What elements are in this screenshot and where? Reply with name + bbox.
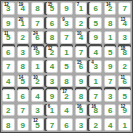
- cell-r6c1[interactable]: 4: [2, 75, 15, 88]
- cell-r7c8[interactable]: 3: [104, 89, 117, 102]
- cell-r6c4[interactable]: 3: [46, 75, 59, 88]
- cage-sum-label-r8c4: 6: [48, 105, 50, 110]
- cell-digit-r3c2: 2: [21, 34, 25, 42]
- cell-digit-r1c3: 8: [35, 5, 39, 13]
- cell-digit-r4c5: 1: [64, 49, 68, 57]
- cell-r8c9[interactable]: 129: [118, 104, 131, 117]
- cage-sum-label-r4c3: 16: [33, 47, 37, 52]
- cage-sum-label-r1c4: 15: [48, 3, 52, 8]
- cell-digit-r8c8: 6: [108, 107, 112, 115]
- cell-digit-r5c7: 3: [93, 63, 97, 71]
- cell-digit-r9c9: 1: [122, 122, 126, 130]
- cell-digit-r5c8: 9: [108, 63, 112, 71]
- cell-r2c2[interactable]: 201: [17, 17, 30, 30]
- cell-r6c6[interactable]: 9: [75, 75, 88, 88]
- cage-sum-label-r3c3: 24: [33, 32, 37, 37]
- cell-r2c1[interactable]: 9: [2, 17, 15, 30]
- cell-digit-r4c2: 3: [21, 49, 25, 57]
- cell-digit-r7c8: 3: [108, 93, 112, 101]
- cell-digit-r7c3: 4: [35, 93, 39, 101]
- cage-sum-label-r3c6: 10: [77, 32, 81, 37]
- cell-digit-r5c9: 2: [122, 63, 126, 71]
- cell-r3c7[interactable]: 9: [89, 31, 102, 44]
- cell-digit-r5c3: 1: [35, 63, 39, 71]
- cell-r1c7[interactable]: 6: [89, 2, 102, 15]
- cell-r6c7[interactable]: 1: [89, 75, 102, 88]
- cell-r1c2[interactable]: 194: [17, 2, 30, 15]
- cage-sum-label-r8c9: 12: [120, 105, 124, 110]
- cell-r9c9[interactable]: 1: [118, 118, 131, 131]
- cell-r2c3[interactable]: 7: [31, 17, 44, 30]
- cell-digit-r6c8: 7: [108, 78, 112, 86]
- cell-digit-r6c7: 1: [93, 78, 97, 86]
- cell-r4c1[interactable]: 6: [2, 46, 15, 59]
- cell-digit-r9c2: 9: [21, 122, 25, 130]
- cell-r7c5[interactable]: 172: [60, 89, 73, 102]
- cell-r3c6[interactable]: 104: [75, 31, 88, 44]
- cell-r9c5[interactable]: 6: [60, 118, 73, 131]
- cell-digit-r4c8: 5: [108, 49, 112, 57]
- cage-sum-label-r6c9: 11: [120, 76, 124, 81]
- cage-sum-label-r6c2: 14: [19, 76, 23, 81]
- cell-digit-r7c9: 5: [122, 93, 126, 101]
- cage-sum-label-r7c5: 17: [62, 90, 66, 95]
- cell-digit-r2c3: 7: [35, 20, 39, 28]
- cell-r6c2[interactable]: 145: [17, 75, 30, 88]
- cell-r1c6[interactable]: 71: [75, 2, 88, 15]
- cage-sum-label-r8c6: 16: [77, 105, 81, 110]
- cell-digit-r3c8: 1: [108, 34, 112, 42]
- cell-r4c9[interactable]: 188: [118, 46, 131, 59]
- cage-sum-label-r2c5: 9: [62, 18, 64, 23]
- cell-digit-r9c5: 6: [64, 122, 68, 130]
- cell-r8c6[interactable]: 165: [75, 104, 88, 117]
- killer-sudoku-board: 1231948155971614279201769325813411522468…: [0, 0, 133, 133]
- cell-r3c4[interactable]: 8: [46, 31, 59, 44]
- cell-digit-r2c4: 6: [50, 20, 54, 28]
- cell-r3c9[interactable]: 3: [118, 31, 131, 44]
- cell-r1c5[interactable]: 9: [60, 2, 73, 15]
- cell-digit-r7c2: 6: [21, 93, 25, 101]
- cell-r8c4[interactable]: 61: [46, 104, 59, 117]
- cage-sum-label-r2c9: 13: [120, 18, 124, 23]
- cell-r2c8[interactable]: 8: [104, 17, 117, 30]
- cage-sum-label-r1c2: 19: [19, 3, 23, 8]
- cell-r5c6[interactable]: 156: [75, 60, 88, 73]
- cell-r7c9[interactable]: 5: [118, 89, 131, 102]
- cell-digit-r9c6: 3: [79, 122, 83, 130]
- cell-digit-r4c6: 7: [79, 49, 83, 57]
- cell-r9c1[interactable]: 8: [2, 118, 15, 131]
- cell-digit-r2c7: 5: [93, 20, 97, 28]
- cage-sum-label-r1c8: 14: [106, 3, 110, 8]
- cell-digit-r9c7: 2: [93, 122, 97, 130]
- cell-r8c8[interactable]: 6: [104, 104, 117, 117]
- cell-r3c5[interactable]: 7: [60, 31, 73, 44]
- cell-r5c4[interactable]: 4: [46, 60, 59, 73]
- cell-digit-r7c6: 8: [79, 93, 83, 101]
- cell-r3c1[interactable]: 115: [2, 31, 15, 44]
- cell-r7c7[interactable]: 7: [89, 89, 102, 102]
- cell-digit-r7c7: 7: [93, 93, 97, 101]
- cage-sum-label-r2c2: 20: [19, 18, 23, 23]
- cell-r5c2[interactable]: 8: [17, 60, 30, 73]
- cage-sum-label-r4c4: 12: [48, 47, 52, 52]
- cell-r1c1[interactable]: 123: [2, 2, 15, 15]
- cell-digit-r2c8: 8: [108, 20, 112, 28]
- cell-r8c3[interactable]: 3: [31, 104, 44, 117]
- cell-digit-r2c1: 9: [6, 20, 10, 28]
- cell-r4c3[interactable]: 169: [31, 46, 44, 59]
- cell-digit-r7c1: 1: [6, 93, 10, 101]
- cell-r3c3[interactable]: 246: [31, 31, 44, 44]
- cell-r6c9[interactable]: 116: [118, 75, 131, 88]
- cage-sum-label-r5c6: 15: [77, 61, 81, 66]
- cell-r9c7[interactable]: 2: [89, 118, 102, 131]
- cell-r8c2[interactable]: 7: [17, 104, 30, 117]
- cell-r9c6[interactable]: 3: [75, 118, 88, 131]
- cell-r9c3[interactable]: 125: [31, 118, 44, 131]
- cage-sum-label-r8c7: 16: [91, 105, 95, 110]
- cell-r3c8[interactable]: 1: [104, 31, 117, 44]
- cell-r4c8[interactable]: 5: [104, 46, 117, 59]
- cage-sum-label-r1c1: 12: [4, 3, 8, 8]
- cell-digit-r6c5: 8: [64, 78, 68, 86]
- cage-sum-label-r3c1: 11: [4, 32, 8, 37]
- cell-r2c5[interactable]: 93: [60, 17, 73, 30]
- cell-r2c6[interactable]: 2: [75, 17, 88, 30]
- cell-digit-r1c6: 1: [79, 5, 83, 13]
- cage-sum-label-r9c3: 12: [33, 119, 37, 124]
- cell-r9c4[interactable]: 7: [46, 118, 59, 131]
- cell-digit-r6c6: 9: [79, 78, 83, 86]
- cell-r1c9[interactable]: 7: [118, 2, 131, 15]
- cell-digit-r8c1: 2: [6, 107, 10, 115]
- cell-r1c8[interactable]: 142: [104, 2, 117, 15]
- cell-r5c1[interactable]: 7: [2, 60, 15, 73]
- cell-digit-r5c5: 5: [64, 63, 68, 71]
- cell-digit-r1c5: 9: [64, 5, 68, 13]
- cell-r7c3[interactable]: 4: [31, 89, 44, 102]
- cell-r5c5[interactable]: 5: [60, 60, 73, 73]
- cell-digit-r5c1: 7: [6, 63, 10, 71]
- cell-digit-r8c3: 3: [35, 107, 39, 115]
- cell-digit-r9c8: 4: [108, 122, 112, 130]
- cell-digit-r9c1: 8: [6, 122, 10, 130]
- cell-r9c2[interactable]: 9: [17, 118, 30, 131]
- cell-r8c1[interactable]: 2: [2, 104, 15, 117]
- cell-digit-r8c2: 7: [21, 107, 25, 115]
- cell-r4c5[interactable]: 1: [60, 46, 73, 59]
- cell-r2c4[interactable]: 6: [46, 17, 59, 30]
- cell-r4c4[interactable]: 122: [46, 46, 59, 59]
- cell-r5c3[interactable]: 1: [31, 60, 44, 73]
- cell-r1c3[interactable]: 8: [31, 2, 44, 15]
- cell-r1c4[interactable]: 155: [46, 2, 59, 15]
- cell-r2c9[interactable]: 134: [118, 17, 131, 30]
- cell-digit-r2c6: 2: [79, 20, 83, 28]
- cell-r5c8[interactable]: 9: [104, 60, 117, 73]
- cell-r5c7[interactable]: 43: [89, 60, 102, 73]
- cell-r8c5[interactable]: 4: [60, 104, 73, 117]
- cell-digit-r3c4: 8: [50, 34, 54, 42]
- cell-digit-r4c1: 6: [6, 49, 10, 57]
- cell-digit-r6c4: 3: [50, 78, 54, 86]
- cage-sum-label-r6c3: 10: [33, 76, 37, 81]
- cage-sum-label-r5c7: 4: [91, 61, 93, 66]
- cell-r7c1[interactable]: 1: [2, 89, 15, 102]
- cell-digit-r4c7: 4: [93, 49, 97, 57]
- cell-digit-r3c9: 3: [122, 34, 126, 42]
- cell-digit-r7c4: 9: [50, 93, 54, 101]
- cell-r6c3[interactable]: 102: [31, 75, 44, 88]
- cell-r9c8[interactable]: 4: [104, 118, 117, 131]
- cell-r7c6[interactable]: 8: [75, 89, 88, 102]
- cell-digit-r3c7: 9: [93, 34, 97, 42]
- cell-digit-r8c4: 1: [50, 107, 54, 115]
- cell-digit-r5c4: 4: [50, 63, 54, 71]
- cell-r2c7[interactable]: 5: [89, 17, 102, 30]
- sudoku-app-window: 1231948155971614279201769325813411522468…: [0, 0, 133, 133]
- cell-r5c9[interactable]: 2: [118, 60, 131, 73]
- cell-digit-r1c7: 6: [93, 5, 97, 13]
- cell-r3c2[interactable]: 2: [17, 31, 30, 44]
- cell-digit-r9c4: 7: [50, 122, 54, 130]
- cell-r6c8[interactable]: 7: [104, 75, 117, 88]
- cell-digit-r1c9: 7: [122, 5, 126, 13]
- cell-digit-r5c2: 8: [21, 63, 25, 71]
- cage-sum-label-r1c6: 7: [77, 3, 79, 8]
- cell-digit-r8c5: 4: [64, 107, 68, 115]
- cell-r4c7[interactable]: 4: [89, 46, 102, 59]
- cell-r4c6[interactable]: 7: [75, 46, 88, 59]
- cell-digit-r3c5: 7: [64, 34, 68, 42]
- cell-r6c5[interactable]: 8: [60, 75, 73, 88]
- cell-digit-r6c1: 4: [6, 78, 10, 86]
- cell-r4c2[interactable]: 3: [17, 46, 30, 59]
- cell-r7c4[interactable]: 9: [46, 89, 59, 102]
- cell-r7c2[interactable]: 6: [17, 89, 30, 102]
- cell-digit-r2c5: 3: [64, 20, 68, 28]
- cell-r8c7[interactable]: 168: [89, 104, 102, 117]
- cage-sum-label-r4c9: 18: [120, 47, 124, 52]
